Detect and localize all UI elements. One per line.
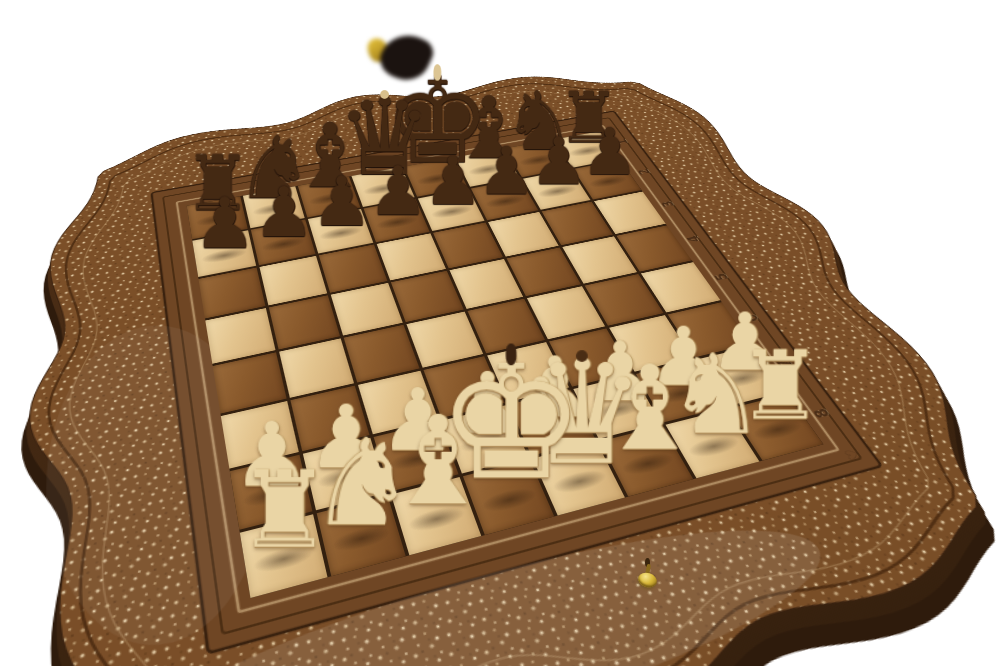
piece-bp: ♟ [423,147,483,213]
piece-bp: ♟ [477,138,536,204]
piece-bp: ♟ [529,128,587,193]
piece-bp: ♟ [253,177,315,246]
photo-scene: ♜♞♝♛♚♝♞♜♟♟♟♟♟♟♟♟♟♟♟♟♟♟♟♟♜♞♝♚♛♝♞♜ 1234567… [0,0,1000,666]
brass-latch [636,558,666,604]
piece-bp: ♟ [193,188,256,258]
piece-wr: ♜ [237,456,332,562]
piece-bp: ♟ [368,157,428,224]
latch-ring [636,570,658,589]
piece-bp: ♟ [581,119,638,183]
chess-board: ♜♞♝♛♚♝♞♜♟♟♟♟♟♟♟♟♟♟♟♟♟♟♟♟♜♞♝♚♛♝♞♜ 1234567… [0,9,1000,666]
piece-bp: ♟ [311,167,372,235]
